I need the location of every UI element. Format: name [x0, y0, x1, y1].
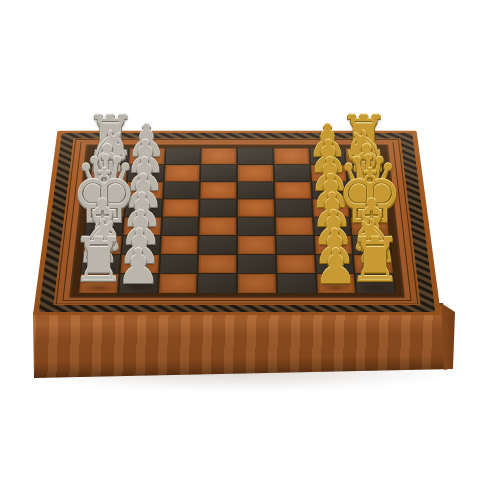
chess-set-photo: ♜♟♞♟♝♟♛♟♚♟♝♟♞♟♜♟♜♟♞♟♝♟♛♟♚♟♝♟♞♟♜♟ [0, 0, 480, 480]
pawn-glyph: ♟ [314, 242, 357, 290]
silver-pawn[interactable]: ♟ [117, 242, 160, 290]
pawn-glyph: ♟ [117, 242, 160, 290]
gold-pawn[interactable]: ♟ [314, 242, 357, 290]
